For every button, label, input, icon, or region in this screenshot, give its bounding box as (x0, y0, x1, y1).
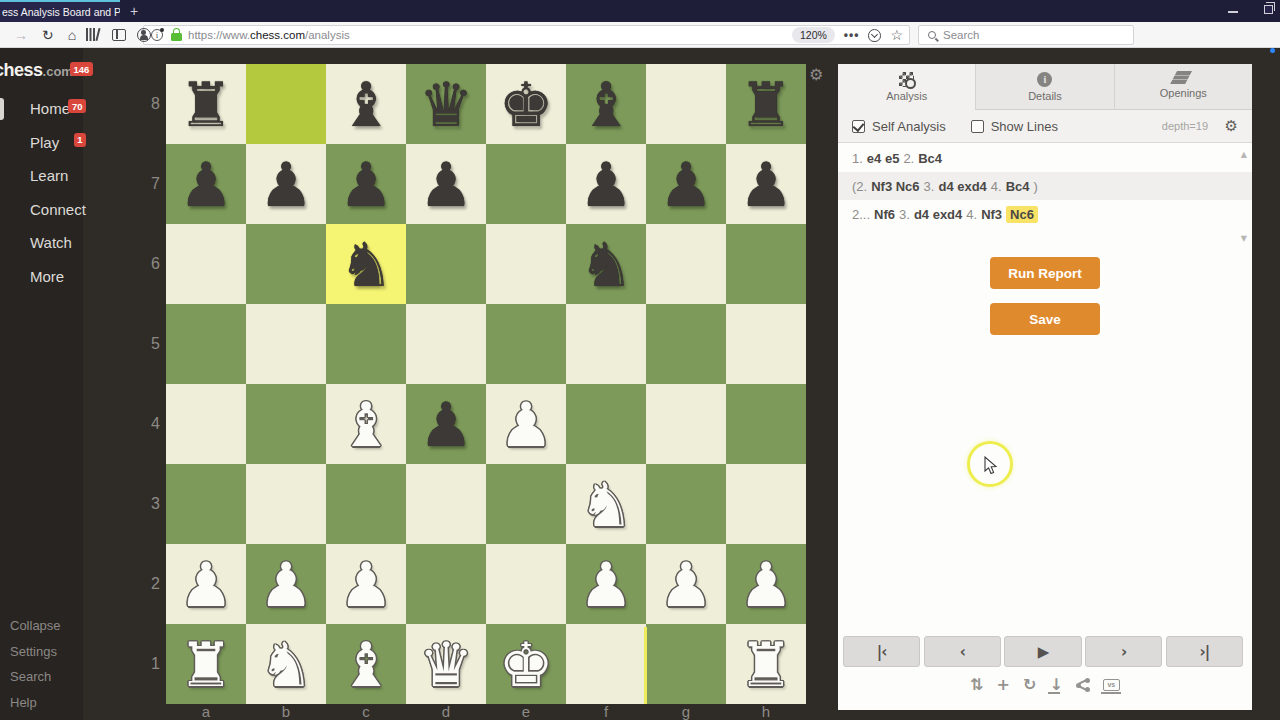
move-text[interactable]: Bc4 (1006, 179, 1030, 194)
sidebar-toggle-icon[interactable] (112, 29, 126, 41)
rank-labels: 87654321 (138, 64, 160, 704)
tab-label: Openings (1160, 87, 1207, 99)
square-e8[interactable]: ♚ (486, 64, 566, 144)
move-text[interactable]: Nf6 (874, 207, 895, 222)
move-text[interactable]: ) (1034, 179, 1038, 194)
piece-black-queen-d8[interactable]: ♛ (406, 64, 486, 144)
square-g4[interactable] (646, 384, 726, 464)
analysis-controls: Self Analysis Show Lines depth=19 ⚙ (838, 110, 1252, 143)
browser-toolbar: → ↻ ⌂ i https://www.chess.com/analysis 1… (0, 22, 1280, 48)
download-icon[interactable]: ↓ (1049, 676, 1062, 694)
square-d6[interactable] (406, 224, 486, 304)
square-a8[interactable]: ♜ (166, 64, 246, 144)
refresh-icon[interactable]: ↻ (42, 27, 54, 43)
square-h5[interactable] (726, 304, 806, 384)
square-g1[interactable] (646, 624, 726, 704)
square-h1[interactable]: ♜ (726, 624, 806, 704)
move-text[interactable]: e4 e5 (867, 151, 900, 166)
square-e6[interactable] (486, 224, 566, 304)
bookmark-star-icon[interactable]: ☆ (890, 27, 903, 43)
square-b5[interactable] (246, 304, 326, 384)
sidebar-item-badge: 70 (68, 99, 86, 113)
square-e5[interactable] (486, 304, 566, 384)
browser-tab[interactable]: ess Analysis Board and P × (0, 0, 120, 22)
piece-white-king-e1[interactable]: ♚ (486, 624, 566, 704)
move-text[interactable]: Nf3 Nc6 (871, 179, 919, 194)
square-f6[interactable]: ♞ (566, 224, 646, 304)
sidebar-footer-collapse[interactable]: Collapse (0, 613, 83, 639)
flip-board-icon[interactable]: ⇅ (970, 676, 983, 694)
window-minimize-button[interactable] (1228, 11, 1238, 13)
piece-white-queen-d1[interactable]: ♛ (406, 624, 486, 704)
square-f7[interactable]: ♟ (566, 144, 646, 224)
site-sidebar: chess.com 146 Home70Play1LearnConnectWat… (0, 48, 83, 720)
show-lines-checkbox[interactable]: Show Lines (971, 119, 1058, 134)
sidebar-footer-search[interactable]: Search (0, 664, 83, 690)
tab-title: ess Analysis Board and P (2, 6, 120, 18)
square-g3[interactable] (646, 464, 726, 544)
piece-white-rook-a1[interactable]: ♜ (166, 624, 246, 704)
show-lines-box[interactable] (971, 120, 984, 133)
piece-white-bishop-c4[interactable]: ♝ (326, 384, 406, 464)
move-text[interactable]: (2. (852, 179, 867, 194)
square-e4[interactable]: ♟ (486, 384, 566, 464)
square-e1[interactable]: ♚ (486, 624, 566, 704)
file-label-d: d (406, 704, 486, 719)
reset-icon[interactable]: ↻ (1023, 676, 1036, 694)
piece-black-king-e8[interactable]: ♚ (486, 64, 566, 144)
piece-black-rook-a8[interactable]: ♜ (166, 64, 246, 144)
share-icon[interactable] (1076, 678, 1090, 692)
square-h4[interactable] (726, 384, 806, 464)
sidebar-footer-settings[interactable]: Settings (0, 639, 83, 665)
go-start-button[interactable]: |‹ (843, 636, 920, 667)
square-a2[interactable]: ♟ (166, 544, 246, 624)
square-d5[interactable] (406, 304, 486, 384)
piece-black-rook-h8[interactable]: ♜ (726, 64, 806, 144)
rank-label-8: 8 (138, 64, 160, 144)
square-a3[interactable] (166, 464, 246, 544)
move-list: 1.e4 e52.Bc4(2.Nf3 Nc63.d4 exd44.Bc4)2..… (838, 144, 1252, 228)
url-bar[interactable]: i https://www.chess.com/analysis 120% ••… (143, 25, 910, 45)
square-h3[interactable] (726, 464, 806, 544)
piece-black-pawn-b7[interactable]: ♟ (246, 144, 326, 224)
move-text[interactable]: 3. (899, 207, 910, 222)
square-b3[interactable] (246, 464, 326, 544)
square-f1[interactable] (566, 624, 646, 704)
move-text[interactable]: d4 exd4 (914, 207, 962, 222)
square-h2[interactable]: ♟ (726, 544, 806, 624)
url-path: /analysis (305, 29, 350, 41)
sidebar-item-more[interactable]: More (0, 260, 83, 294)
page-actions-icon[interactable]: ••• (844, 28, 860, 42)
piece-white-pawn-f2[interactable]: ♟ (566, 544, 646, 624)
file-label-h: h (726, 704, 806, 719)
file-label-e: e (486, 704, 566, 719)
piece-white-knight-f3[interactable]: ♞ (566, 464, 646, 544)
new-tab-button[interactable]: + (130, 3, 138, 19)
piece-black-bishop-f8[interactable]: ♝ (566, 64, 646, 144)
rank-label-1: 1 (138, 624, 160, 704)
move-row-2: (2.Nf3 Nc63.d4 exd44.Bc4) (838, 172, 1252, 200)
file-label-g: g (646, 704, 726, 719)
file-label-b: b (246, 704, 326, 719)
window-restore-button[interactable] (1264, 5, 1273, 14)
square-c8[interactable]: ♝ (326, 64, 406, 144)
sidebar-item-label: Connect (30, 201, 86, 218)
square-a7[interactable]: ♟ (166, 144, 246, 224)
forward-nav-icon[interactable]: → (14, 27, 28, 43)
piece-black-pawn-a7[interactable]: ♟ (166, 144, 246, 224)
piece-black-knight-f6[interactable]: ♞ (566, 224, 646, 304)
run-report-button[interactable]: Run Report (990, 257, 1100, 289)
sidebar-item-badge: 1 (74, 133, 86, 147)
piece-black-pawn-f7[interactable]: ♟ (566, 144, 646, 224)
sidebar-item-connect[interactable]: Connect (0, 193, 83, 227)
chess-board[interactable]: ♜♝♛♚♝♜♟♟♟♟♟♟♟♞♞♝♟♟♞♟♟♟♟♟♟♜♞♝♛♚♜ (166, 64, 806, 704)
tab-label: Analysis (886, 90, 927, 102)
rank-label-7: 7 (138, 144, 160, 224)
openings-stack-icon (1175, 71, 1192, 75)
move-text[interactable]: 3. (924, 179, 935, 194)
move-text[interactable]: d4 exd4 (938, 179, 986, 194)
piece-white-pawn-g2[interactable]: ♟ (646, 544, 726, 624)
square-b1[interactable]: ♞ (246, 624, 326, 704)
square-d3[interactable] (406, 464, 486, 544)
mouse-cursor (984, 456, 998, 476)
move-text[interactable]: Nf3 (981, 207, 1002, 222)
square-c4[interactable]: ♝ (326, 384, 406, 464)
back-button[interactable]: ‹ (924, 636, 1001, 667)
engine-depth-label: depth=19 (1162, 120, 1208, 132)
square-d4[interactable]: ♟ (406, 384, 486, 464)
square-e3[interactable] (486, 464, 566, 544)
self-analysis-checkbox[interactable]: Self Analysis (852, 119, 946, 134)
move-text[interactable]: 2... (852, 207, 870, 222)
piece-black-pawn-d4[interactable]: ♟ (406, 384, 486, 464)
tab-analysis[interactable]: Analysis (838, 64, 976, 110)
piece-black-pawn-h7[interactable]: ♟ (726, 144, 806, 224)
sidebar-item-learn[interactable]: Learn (0, 159, 83, 193)
rank-label-5: 5 (138, 304, 160, 384)
account-notification-dot (1270, 48, 1275, 53)
move-text[interactable]: Bc4 (918, 151, 942, 166)
notifications-badge: 146 (70, 62, 93, 76)
square-g5[interactable] (646, 304, 726, 384)
move-row-1: 1.e4 e52.Bc4 (838, 144, 1252, 172)
sidebar-item-home[interactable]: Home70 (0, 92, 83, 126)
move-row-3: 2...Nf63.d4 exd44.Nf3Nc6 (838, 200, 1252, 228)
rank-label-3: 3 (138, 464, 160, 544)
square-g6[interactable] (646, 224, 726, 304)
square-c6[interactable]: ♞ (326, 224, 406, 304)
go-end-button[interactable]: ›| (1166, 636, 1243, 667)
tab-details[interactable]: iDetails (976, 64, 1114, 110)
move-text[interactable]: 2. (903, 151, 914, 166)
square-b8[interactable] (246, 64, 326, 144)
browser-tab-bar: ess Analysis Board and P × + (0, 0, 1280, 22)
square-b7[interactable]: ♟ (246, 144, 326, 224)
analysis-panel: AnalysisiDetailsOpenings Self Analysis S… (838, 64, 1252, 710)
square-c5[interactable] (326, 304, 406, 384)
move-text[interactable]: 4. (991, 179, 1002, 194)
piece-black-pawn-g7[interactable]: ♟ (646, 144, 726, 224)
forward-button[interactable]: › (1085, 636, 1162, 667)
square-f8[interactable]: ♝ (566, 64, 646, 144)
move-text[interactable]: 4. (966, 207, 977, 222)
sidebar-item-label: Learn (30, 167, 68, 184)
square-h8[interactable]: ♜ (726, 64, 806, 144)
square-d8[interactable]: ♛ (406, 64, 486, 144)
piece-white-bishop-c1[interactable]: ♝ (326, 624, 406, 704)
computer-vs-icon[interactable]: vs (1103, 679, 1120, 691)
square-a4[interactable] (166, 384, 246, 464)
tab-label: Details (1028, 90, 1062, 102)
square-f3[interactable]: ♞ (566, 464, 646, 544)
piece-white-pawn-e4[interactable]: ♟ (486, 384, 566, 464)
site-logo[interactable]: chess.com (0, 60, 73, 81)
tab-openings[interactable]: Openings (1115, 64, 1252, 110)
square-a1[interactable]: ♜ (166, 624, 246, 704)
library-icon[interactable] (86, 28, 100, 41)
board-settings-gear-icon[interactable]: ⚙ (809, 65, 823, 84)
info-icon: i (1037, 72, 1052, 87)
piece-black-bishop-c8[interactable]: ♝ (326, 64, 406, 144)
sidebar-item-label: Play (30, 134, 59, 151)
square-d2[interactable] (406, 544, 486, 624)
add-icon[interactable]: + (997, 676, 1010, 694)
square-a5[interactable] (166, 304, 246, 384)
square-g7[interactable]: ♟ (646, 144, 726, 224)
square-c7[interactable]: ♟ (326, 144, 406, 224)
square-f4[interactable] (566, 384, 646, 464)
sidebar-footer-help[interactable]: Help (0, 690, 83, 716)
piece-white-pawn-b2[interactable]: ♟ (246, 544, 326, 624)
https-lock-icon (171, 33, 182, 41)
piece-white-knight-b1[interactable]: ♞ (246, 624, 326, 704)
square-c1[interactable]: ♝ (326, 624, 406, 704)
piece-white-rook-h1[interactable]: ♜ (726, 624, 806, 704)
square-b4[interactable] (246, 384, 326, 464)
square-h7[interactable]: ♟ (726, 144, 806, 224)
piece-black-pawn-d7[interactable]: ♟ (406, 144, 486, 224)
search-icon (928, 31, 936, 39)
piece-white-pawn-a2[interactable]: ♟ (166, 544, 246, 624)
square-g2[interactable]: ♟ (646, 544, 726, 624)
square-d7[interactable]: ♟ (406, 144, 486, 224)
self-analysis-box[interactable] (852, 120, 865, 133)
rank-label-6: 6 (138, 224, 160, 304)
piece-black-knight-c6[interactable]: ♞ (326, 224, 406, 304)
square-b2[interactable]: ♟ (246, 544, 326, 624)
square-d1[interactable]: ♛ (406, 624, 486, 704)
file-label-f: f (566, 704, 646, 719)
zoom-level-indicator[interactable]: 120% (792, 27, 835, 43)
piece-white-pawn-c2[interactable]: ♟ (326, 544, 406, 624)
file-label-c: c (326, 704, 406, 719)
pocket-icon[interactable] (868, 29, 881, 42)
sidebar-item-label: Home (30, 100, 70, 117)
engine-settings-gear-icon[interactable]: ⚙ (1225, 117, 1238, 135)
piece-black-pawn-c7[interactable]: ♟ (326, 144, 406, 224)
search-placeholder: Search (943, 29, 979, 41)
home-icon[interactable]: ⌂ (68, 27, 76, 43)
url-prefix: https://www. (188, 29, 250, 41)
url-domain: chess.com (250, 29, 305, 41)
square-b6[interactable] (246, 224, 326, 304)
scroll-up-arrow[interactable]: ▲ (1241, 150, 1247, 159)
square-g8[interactable] (646, 64, 726, 144)
rank-label-2: 2 (138, 544, 160, 624)
square-c2[interactable]: ♟ (326, 544, 406, 624)
account-icon[interactable] (137, 28, 151, 42)
square-e7[interactable] (486, 144, 566, 224)
sidebar-item-label: Watch (30, 234, 72, 251)
file-label-a: a (166, 704, 246, 719)
sidebar-item-label: More (30, 268, 64, 285)
search-input[interactable]: Search (918, 25, 1134, 45)
sidebar-item-watch[interactable]: Watch (0, 226, 83, 260)
analysis-board-icon (899, 72, 914, 87)
current-move[interactable]: Nc6 (1006, 206, 1038, 223)
site-info-icon[interactable]: i (151, 29, 163, 41)
square-e2[interactable] (486, 544, 566, 624)
piece-white-pawn-h2[interactable]: ♟ (726, 544, 806, 624)
square-c3[interactable] (326, 464, 406, 544)
file-labels: abcdefgh (166, 704, 806, 719)
rank-label-4: 4 (138, 384, 160, 464)
app-window: ess Analysis Board and P × + → ↻ ⌂ i htt… (0, 0, 1280, 720)
scroll-down-arrow[interactable]: ▼ (1241, 234, 1247, 243)
square-h6[interactable] (726, 224, 806, 304)
play-button[interactable]: ▶ (1004, 636, 1081, 667)
square-a6[interactable] (166, 224, 246, 304)
square-f5[interactable] (566, 304, 646, 384)
square-edge-highlight-artifact (644, 627, 647, 704)
move-text[interactable]: 1. (852, 151, 863, 166)
square-f2[interactable]: ♟ (566, 544, 646, 624)
save-button[interactable]: Save (990, 303, 1100, 335)
sidebar-item-play[interactable]: Play1 (0, 126, 83, 160)
